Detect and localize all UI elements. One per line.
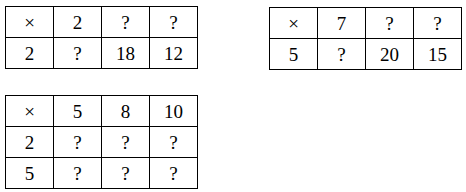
- t2-cell-r1c0: 5: [270, 39, 318, 70]
- t3-cell-r2c3: ?: [150, 158, 198, 189]
- t2-cell-r0c0-operator: ×: [270, 8, 318, 39]
- t3-cell-r0c2: 8: [102, 96, 150, 127]
- t1-cell-r0c0-operator: ×: [6, 7, 54, 38]
- t1-cell-r0c3: ?: [150, 7, 198, 38]
- t2-cell-r0c1: 7: [318, 8, 366, 39]
- t1-cell-r1c1: ?: [54, 38, 102, 69]
- multiplication-table-2: × 7 ? ? 5 ? 20 15: [269, 7, 462, 70]
- t1-cell-r0c2: ?: [102, 7, 150, 38]
- multiplication-table-1: × 2 ? ? 2 ? 18 12: [5, 6, 198, 69]
- table-row: 2 ? ? ?: [6, 127, 198, 158]
- t3-cell-r1c1: ?: [54, 127, 102, 158]
- t3-cell-r2c0: 5: [6, 158, 54, 189]
- t1-cell-r1c0: 2: [6, 38, 54, 69]
- t2-cell-r0c3: ?: [414, 8, 462, 39]
- t3-cell-r1c0: 2: [6, 127, 54, 158]
- t3-cell-r0c3: 10: [150, 96, 198, 127]
- t3-cell-r2c2: ?: [102, 158, 150, 189]
- t1-cell-r0c1: 2: [54, 7, 102, 38]
- t2-cell-r1c2: 20: [366, 39, 414, 70]
- t1-cell-r1c2: 18: [102, 38, 150, 69]
- t2-cell-r1c1: ?: [318, 39, 366, 70]
- table-row: × 2 ? ?: [6, 7, 198, 38]
- t3-cell-r0c0-operator: ×: [6, 96, 54, 127]
- t1-cell-r1c3: 12: [150, 38, 198, 69]
- table-row: × 5 8 10: [6, 96, 198, 127]
- table-row: × 7 ? ?: [270, 8, 462, 39]
- multiplication-table-3: × 5 8 10 2 ? ? ? 5 ? ? ?: [5, 95, 198, 189]
- t3-cell-r2c1: ?: [54, 158, 102, 189]
- t3-cell-r1c3: ?: [150, 127, 198, 158]
- table-row: 5 ? 20 15: [270, 39, 462, 70]
- t3-cell-r0c1: 5: [54, 96, 102, 127]
- table-row: 5 ? ? ?: [6, 158, 198, 189]
- t2-cell-r0c2: ?: [366, 8, 414, 39]
- table-row: 2 ? 18 12: [6, 38, 198, 69]
- t2-cell-r1c3: 15: [414, 39, 462, 70]
- t3-cell-r1c2: ?: [102, 127, 150, 158]
